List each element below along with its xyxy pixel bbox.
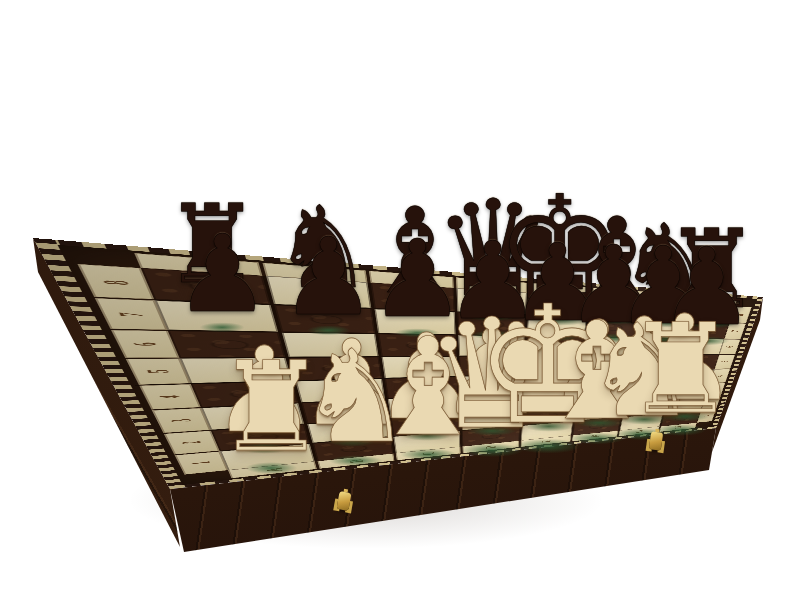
square-e7: [527, 315, 587, 336]
rank-label-1: 1: [175, 451, 228, 474]
label-text: A: [263, 467, 286, 473]
chess-set-photo: ABCDEFGH ABCDEFGH 87654321 87654321 ♜♞♝♛…: [0, 0, 794, 589]
square-g4: [628, 371, 674, 388]
label-text: D: [484, 445, 499, 449]
label-text: F: [613, 292, 627, 296]
square-h4: [672, 369, 714, 385]
label-text: 3: [167, 418, 196, 422]
label-text: 2: [178, 440, 206, 445]
label-text: 7: [115, 312, 150, 317]
label-text: 8: [736, 313, 746, 316]
square-h8: [689, 303, 735, 322]
square-c8: [370, 283, 455, 312]
square-a7: [155, 301, 279, 332]
label-text: 5: [143, 370, 175, 374]
label-text: B: [347, 458, 367, 463]
label-text: 2: [706, 402, 715, 404]
square-d5: [459, 356, 524, 376]
square-c5: [381, 356, 457, 378]
square-d6: [458, 335, 525, 356]
label-text: F: [590, 434, 602, 437]
label-text: D: [484, 283, 502, 289]
label-text: B: [304, 270, 331, 277]
label-text: C: [420, 451, 437, 456]
square-b5: [289, 357, 381, 380]
square-a5: [180, 358, 293, 384]
label-text: E: [540, 439, 553, 443]
label-text: E: [553, 288, 569, 293]
brass-latch: [649, 431, 663, 450]
label-text: 4: [156, 395, 187, 399]
square-f7: [587, 318, 641, 338]
label-text: 1: [702, 415, 711, 417]
square-h6: [680, 339, 724, 355]
square-h5: [676, 355, 719, 370]
label-text: 6: [725, 346, 735, 348]
square-e5: [525, 356, 582, 375]
label-text: 8: [99, 279, 136, 285]
square-e8: [528, 293, 590, 317]
square-f4: [579, 372, 630, 390]
label-text: G: [665, 296, 678, 301]
square-e6: [526, 336, 585, 355]
square-g8: [643, 300, 693, 320]
label-text: 7: [730, 330, 740, 332]
rank-label-2: 2: [164, 430, 220, 454]
label-text: 3: [711, 389, 721, 391]
square-h7: [685, 321, 730, 338]
label-text: C: [402, 277, 424, 283]
square-g5: [632, 355, 679, 371]
label-text: 6: [129, 342, 163, 346]
square-b6: [282, 332, 378, 356]
square-f6: [584, 337, 637, 355]
square-d8: [456, 288, 527, 314]
square-c7: [374, 309, 456, 334]
label-text: H: [673, 426, 683, 429]
square-b8: [267, 276, 371, 308]
label-text: H: [710, 299, 722, 303]
label-text: G: [634, 430, 645, 434]
square-a6: [168, 331, 286, 358]
square-d4: [460, 375, 523, 395]
square-f5: [582, 355, 634, 372]
label-text: 5: [720, 361, 730, 363]
square-c6: [377, 334, 456, 356]
rank-label-3: 3: [152, 408, 211, 433]
square-g7: [639, 320, 688, 338]
square-e4: [524, 373, 580, 392]
square-g6: [635, 338, 683, 355]
square-b7: [275, 305, 375, 333]
square-c4: [384, 377, 458, 399]
square-d7: [457, 312, 526, 335]
label-text: A: [185, 261, 219, 269]
label-text: 4: [715, 375, 725, 377]
label-text: 1: [189, 461, 216, 466]
square-f8: [589, 297, 645, 319]
